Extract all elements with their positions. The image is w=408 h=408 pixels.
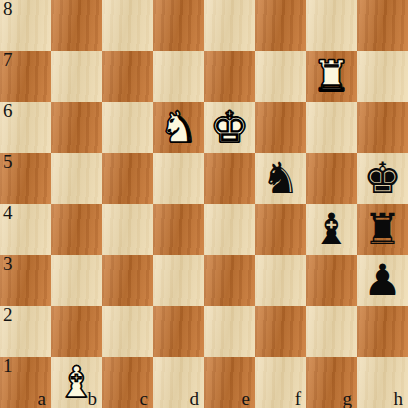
file-label-e: e xyxy=(242,389,250,408)
square-b3[interactable] xyxy=(51,255,102,306)
piece-white-rook-g7[interactable]: ♜ xyxy=(312,55,351,98)
square-f4[interactable] xyxy=(255,204,306,255)
square-h7[interactable] xyxy=(357,51,408,102)
square-e8[interactable] xyxy=(204,0,255,51)
square-e7[interactable] xyxy=(204,51,255,102)
square-c5[interactable] xyxy=(102,153,153,204)
square-g7[interactable]: ♜ xyxy=(306,51,357,102)
square-c7[interactable] xyxy=(102,51,153,102)
file-label-h: h xyxy=(394,389,404,408)
square-g2[interactable] xyxy=(306,306,357,357)
square-h3[interactable]: ♟ xyxy=(357,255,408,306)
square-h1[interactable]: h xyxy=(357,357,408,408)
rank-label-2: 2 xyxy=(3,305,13,326)
square-g8[interactable] xyxy=(306,0,357,51)
square-h2[interactable] xyxy=(357,306,408,357)
square-e2[interactable] xyxy=(204,306,255,357)
piece-black-rook-h4[interactable]: ♜ xyxy=(363,208,402,251)
square-b8[interactable] xyxy=(51,0,102,51)
chess-board: 87♜6♞♚5♞♚4♝♜3♟21ab♝cdefgh xyxy=(0,0,408,408)
rank-label-6: 6 xyxy=(3,101,13,122)
square-a2[interactable]: 2 xyxy=(0,306,51,357)
square-c6[interactable] xyxy=(102,102,153,153)
square-c4[interactable] xyxy=(102,204,153,255)
square-d5[interactable] xyxy=(153,153,204,204)
piece-black-king-h5[interactable]: ♚ xyxy=(363,157,402,200)
square-c8[interactable] xyxy=(102,0,153,51)
rank-label-7: 7 xyxy=(3,50,13,71)
square-g1[interactable]: g xyxy=(306,357,357,408)
rank-label-3: 3 xyxy=(3,254,13,275)
square-a4[interactable]: 4 xyxy=(0,204,51,255)
square-d2[interactable] xyxy=(153,306,204,357)
square-g3[interactable] xyxy=(306,255,357,306)
square-a3[interactable]: 3 xyxy=(0,255,51,306)
square-b5[interactable] xyxy=(51,153,102,204)
square-f2[interactable] xyxy=(255,306,306,357)
square-e3[interactable] xyxy=(204,255,255,306)
square-a5[interactable]: 5 xyxy=(0,153,51,204)
rank-label-8: 8 xyxy=(3,0,13,20)
square-h5[interactable]: ♚ xyxy=(357,153,408,204)
square-e4[interactable] xyxy=(204,204,255,255)
square-d3[interactable] xyxy=(153,255,204,306)
square-g5[interactable] xyxy=(306,153,357,204)
square-d8[interactable] xyxy=(153,0,204,51)
square-c1[interactable]: c xyxy=(102,357,153,408)
square-h8[interactable] xyxy=(357,0,408,51)
square-f6[interactable] xyxy=(255,102,306,153)
piece-white-king-e6[interactable]: ♚ xyxy=(210,106,249,149)
square-b2[interactable] xyxy=(51,306,102,357)
file-label-f: f xyxy=(295,389,301,408)
file-label-d: d xyxy=(190,389,200,408)
square-c3[interactable] xyxy=(102,255,153,306)
square-d6[interactable]: ♞ xyxy=(153,102,204,153)
square-f3[interactable] xyxy=(255,255,306,306)
square-a7[interactable]: 7 xyxy=(0,51,51,102)
square-b1[interactable]: b♝ xyxy=(51,357,102,408)
square-d1[interactable]: d xyxy=(153,357,204,408)
square-f8[interactable] xyxy=(255,0,306,51)
piece-black-knight-f5[interactable]: ♞ xyxy=(261,157,300,200)
square-b6[interactable] xyxy=(51,102,102,153)
square-e6[interactable]: ♚ xyxy=(204,102,255,153)
square-f5[interactable]: ♞ xyxy=(255,153,306,204)
square-d7[interactable] xyxy=(153,51,204,102)
square-b4[interactable] xyxy=(51,204,102,255)
square-a8[interactable]: 8 xyxy=(0,0,51,51)
square-g6[interactable] xyxy=(306,102,357,153)
square-h4[interactable]: ♜ xyxy=(357,204,408,255)
piece-black-pawn-h3[interactable]: ♟ xyxy=(363,259,402,302)
square-f1[interactable]: f xyxy=(255,357,306,408)
file-label-a: a xyxy=(38,389,46,408)
rank-label-1: 1 xyxy=(3,356,13,377)
square-c2[interactable] xyxy=(102,306,153,357)
square-b7[interactable] xyxy=(51,51,102,102)
square-f7[interactable] xyxy=(255,51,306,102)
square-e5[interactable] xyxy=(204,153,255,204)
square-g4[interactable]: ♝ xyxy=(306,204,357,255)
piece-white-knight-d6[interactable]: ♞ xyxy=(159,106,198,149)
square-e1[interactable]: e xyxy=(204,357,255,408)
rank-label-5: 5 xyxy=(3,152,13,173)
square-h6[interactable] xyxy=(357,102,408,153)
square-a6[interactable]: 6 xyxy=(0,102,51,153)
piece-black-bishop-g4[interactable]: ♝ xyxy=(312,208,351,251)
square-d4[interactable] xyxy=(153,204,204,255)
rank-label-4: 4 xyxy=(3,203,13,224)
file-label-g: g xyxy=(343,389,353,408)
square-a1[interactable]: 1a xyxy=(0,357,51,408)
file-label-b: b xyxy=(88,389,98,408)
file-label-c: c xyxy=(140,389,148,408)
